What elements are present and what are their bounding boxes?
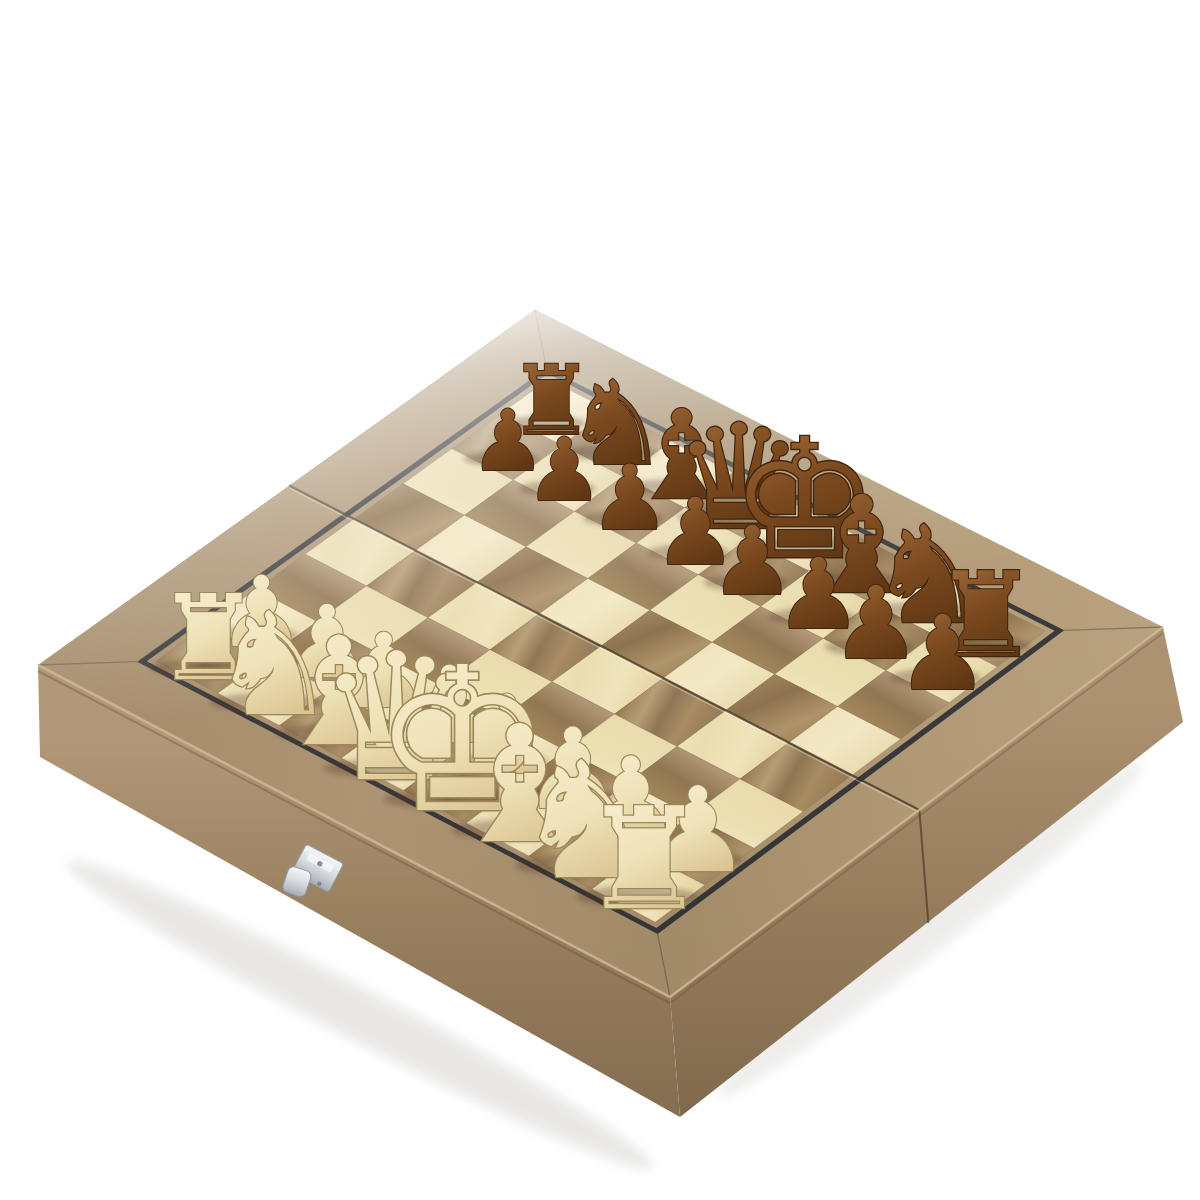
piece-black-pawn-h7[interactable]: ♟ (890, 593, 989, 713)
glyph-white-rook-h1: ♜ (581, 777, 707, 941)
photo-canvas: ♜♞♟♝♟♛♟♚♟♝♟♞♟♟♜♟♟♜♟♟♞♟♝♟♛♟♚♟♝♟♞♜ (0, 0, 1200, 1200)
piece-white-rook-h1[interactable]: ♜ (576, 777, 707, 941)
scene-svg: ♜♞♟♝♟♛♟♚♟♝♟♞♟♟♜♟♟♜♟♟♞♟♝♟♛♟♚♟♝♟♞♜ (0, 0, 1200, 1200)
glyph-black-pawn-h7: ♟ (897, 593, 990, 713)
chess-set-photo: ♜♞♟♝♟♛♟♚♟♝♟♞♟♟♜♟♟♜♟♟♞♟♝♟♛♟♚♟♝♟♞♜ (0, 0, 1200, 1200)
